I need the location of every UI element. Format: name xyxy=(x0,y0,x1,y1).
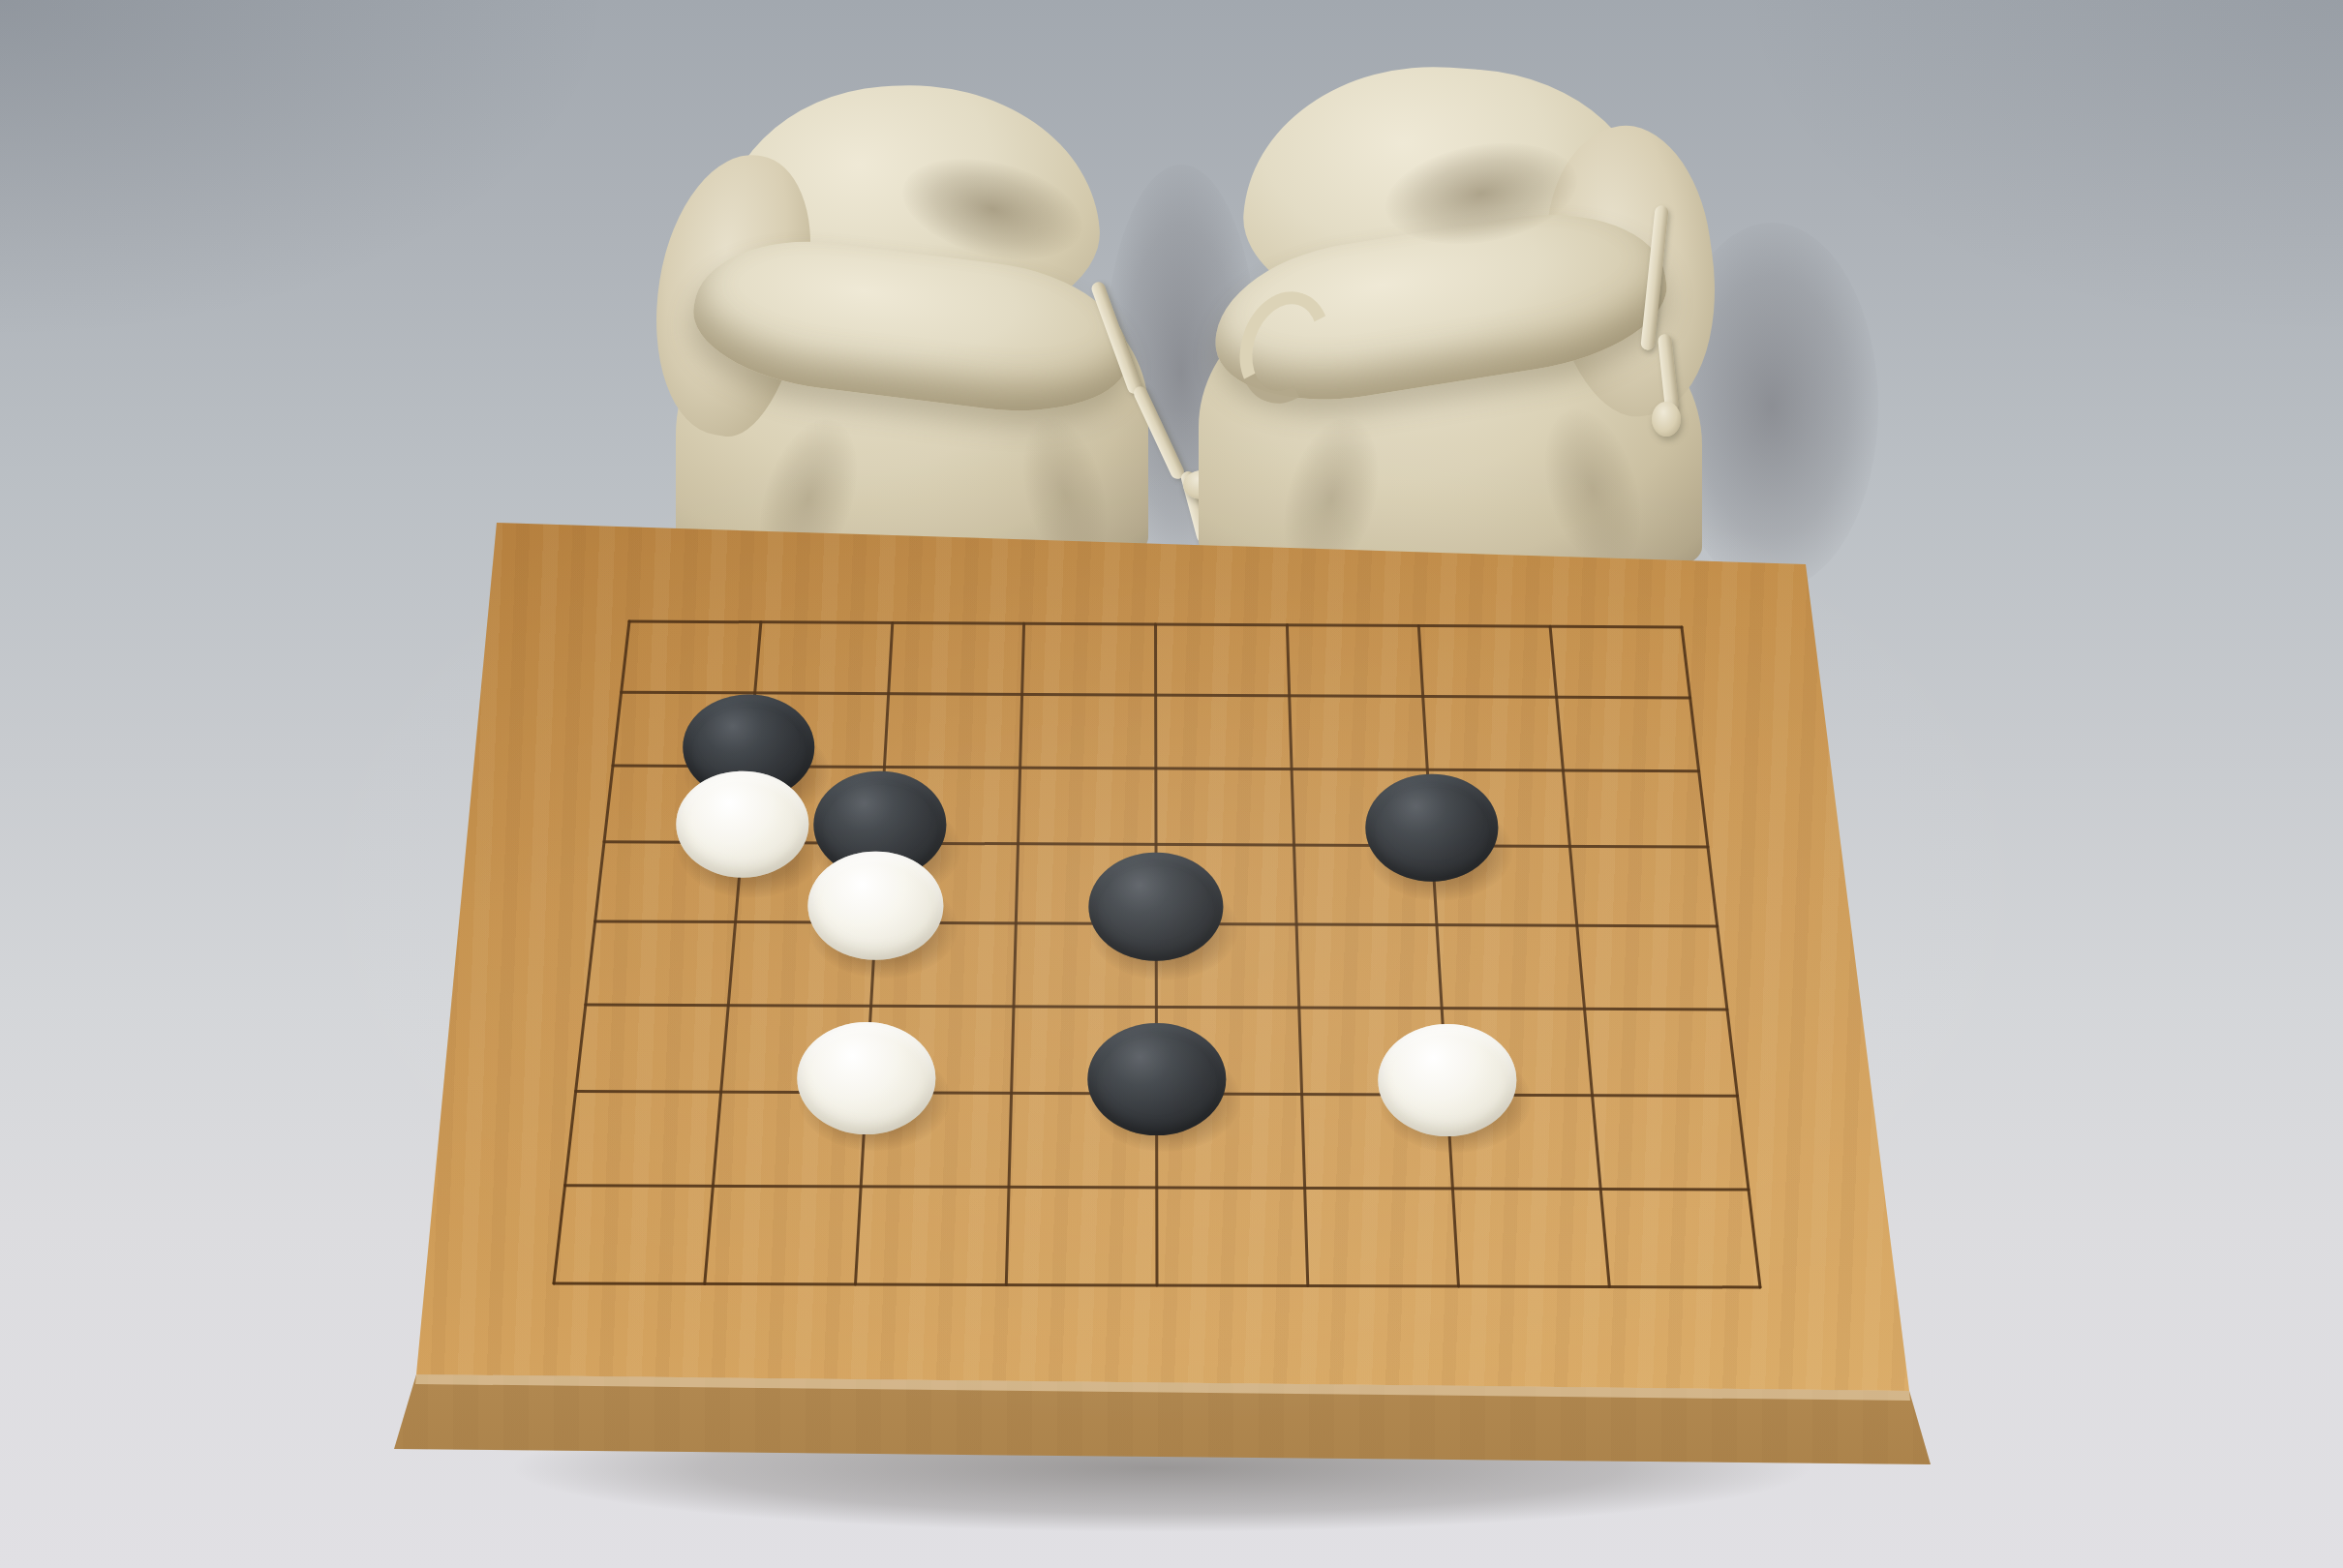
black-stone xyxy=(1087,1023,1226,1135)
white-stone xyxy=(1378,1024,1516,1136)
white-stone xyxy=(676,770,808,878)
black-stone xyxy=(1089,853,1224,961)
goban-grid xyxy=(0,0,2343,1568)
white-stone xyxy=(797,1022,935,1134)
black-stone xyxy=(1365,774,1498,882)
scene-go-board-photo xyxy=(0,0,2343,1568)
white-stone xyxy=(808,851,943,959)
